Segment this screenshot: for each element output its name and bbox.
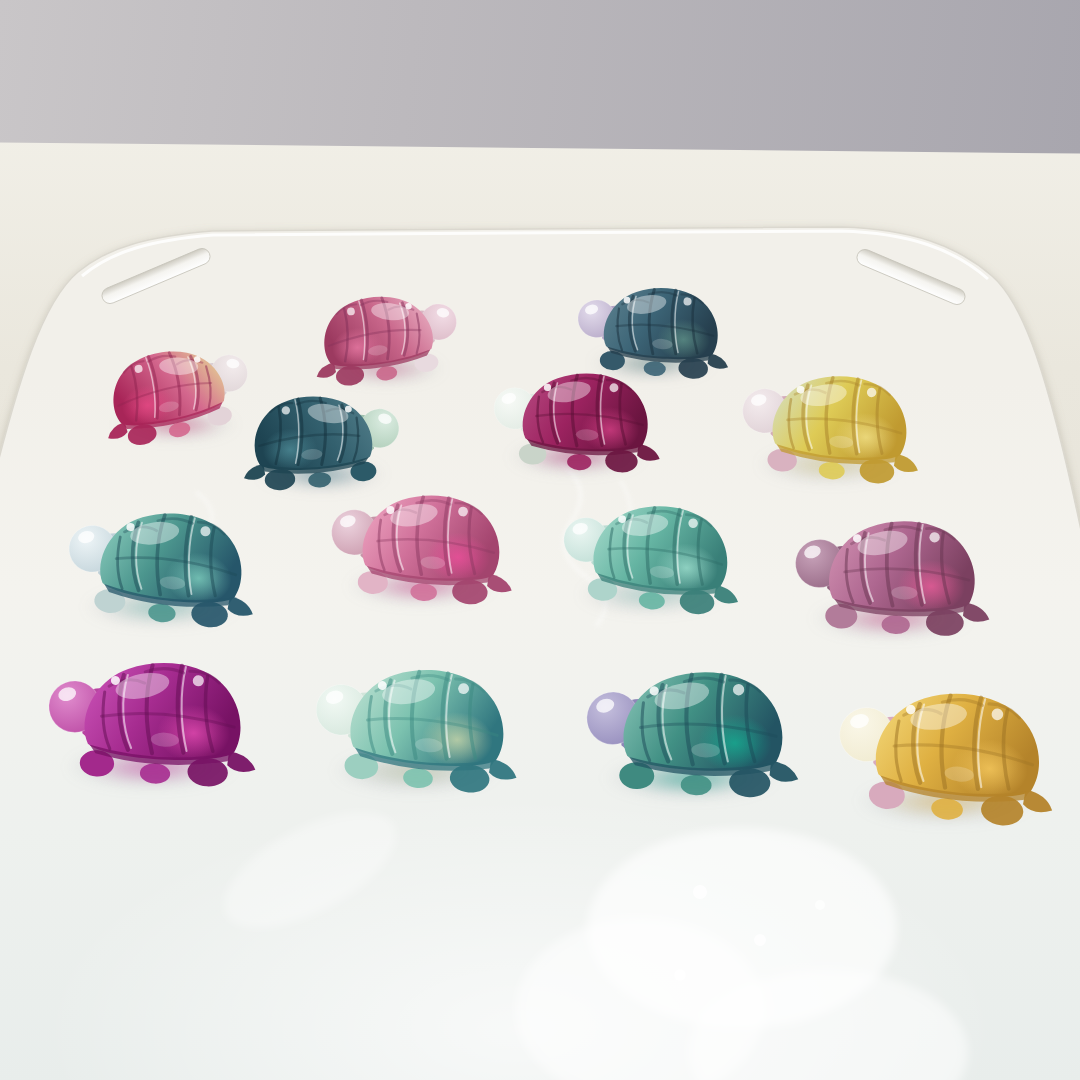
turtle-mid-leg <box>308 471 332 488</box>
turtle-tail <box>963 603 990 623</box>
turtle-6-yellow-pink-head <box>734 348 927 493</box>
turtle-mid-leg <box>567 454 592 471</box>
turtle-5-slate-blue-lilac-head <box>571 265 733 386</box>
turtle-7-teal-green <box>58 483 263 639</box>
turtle-mid-leg <box>818 461 845 481</box>
turtle-mid-leg <box>680 774 712 796</box>
turtle-8-rose-glow <box>324 468 519 613</box>
turtle-mid-leg <box>643 360 666 376</box>
turtle-9-seafoam <box>554 477 749 625</box>
turtle-12-mint-green <box>306 638 526 804</box>
turtle-mid-leg <box>410 582 438 602</box>
turtle-mid-leg <box>638 591 666 611</box>
turtle-14-golden-yellow <box>827 658 1064 839</box>
turtle-11-fuchsia <box>41 635 261 797</box>
turtle-mid-leg <box>139 763 170 785</box>
turtle-mid-leg <box>881 615 910 635</box>
turtle-collection <box>0 0 1080 1080</box>
turtle-mid-leg <box>402 767 433 789</box>
photo-scene <box>0 0 1080 1080</box>
turtle-13-teal-violet-head <box>580 645 801 807</box>
turtle-10-plum <box>790 497 993 645</box>
turtle-mid-leg <box>147 603 176 624</box>
